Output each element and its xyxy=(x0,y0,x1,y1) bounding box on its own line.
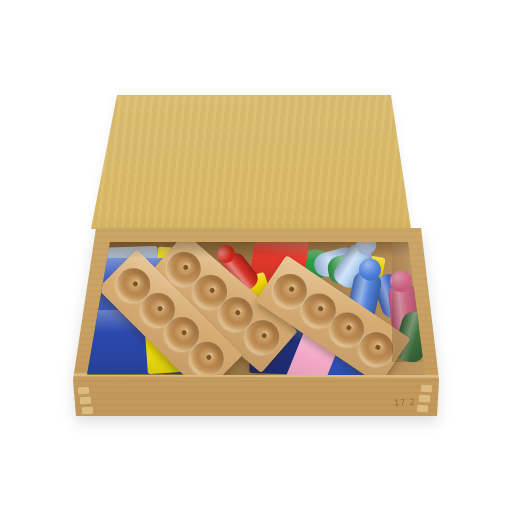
peg-head xyxy=(389,269,413,293)
box-interior xyxy=(0,0,520,520)
pencil-marking: 17 2 xyxy=(394,397,416,407)
toy-box-photo: 17 2 xyxy=(0,0,520,520)
finger-joint xyxy=(78,387,89,395)
finger-joint xyxy=(419,395,430,403)
finger-joint xyxy=(417,405,428,413)
finger-joint xyxy=(82,407,93,415)
box-wrapper: 17 2 xyxy=(0,0,520,520)
finger-joint xyxy=(80,397,91,405)
finger-joint xyxy=(421,385,432,393)
